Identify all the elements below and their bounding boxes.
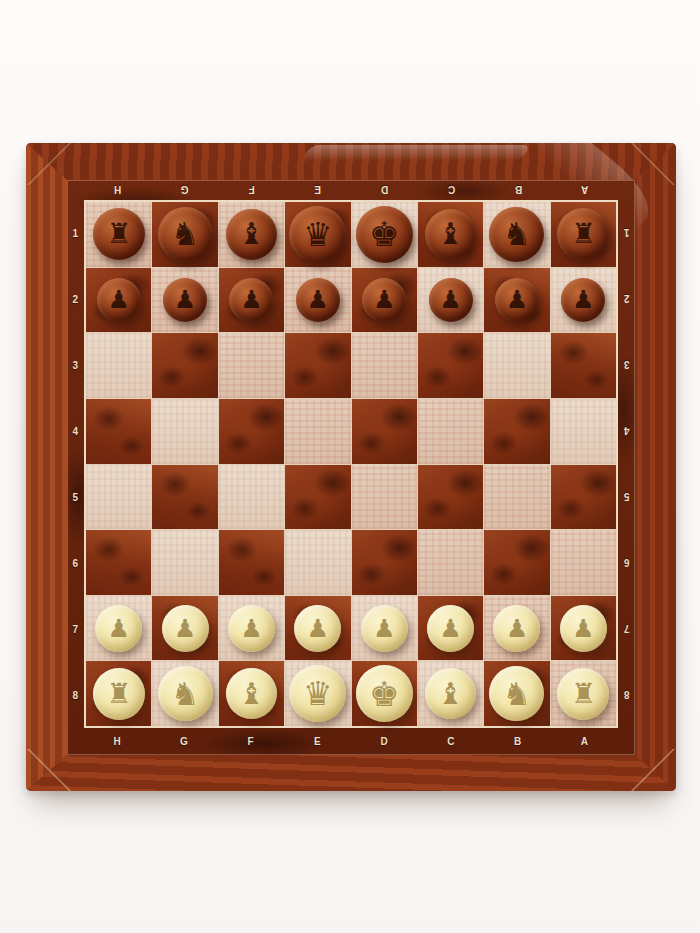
piece-wp-a7[interactable]: ♟ xyxy=(560,605,607,652)
piece-glyph: ♟ xyxy=(174,287,196,312)
rank-label-left-4: 4 xyxy=(67,398,84,464)
square-g1[interactable]: ♞ xyxy=(152,202,217,267)
square-a3[interactable] xyxy=(551,333,616,398)
square-e3[interactable] xyxy=(285,333,350,398)
square-c5[interactable] xyxy=(418,465,483,530)
rank-label-left-1: 1 xyxy=(67,200,84,266)
square-g6[interactable] xyxy=(152,530,217,595)
board-field: HGFEDCBA HGFEDCBA 12345678 12345678 ♜♞♝♛… xyxy=(67,180,635,755)
piece-wp-g7[interactable]: ♟ xyxy=(162,605,209,652)
piece-glyph: ♟ xyxy=(439,616,461,641)
square-h3[interactable] xyxy=(86,333,151,398)
file-label-bottom-g: G xyxy=(151,730,218,752)
piece-glyph: ♟ xyxy=(506,616,528,641)
rank-label-right-7: 7 xyxy=(618,596,635,662)
gloss-glare xyxy=(300,145,531,161)
piece-glyph: ♝ xyxy=(238,679,265,709)
square-f3[interactable] xyxy=(219,333,284,398)
square-h6[interactable] xyxy=(86,530,151,595)
square-f1[interactable]: ♝ xyxy=(219,202,284,267)
piece-glyph: ♟ xyxy=(107,616,129,641)
piece-glyph: ♚ xyxy=(369,217,399,251)
piece-glyph: ♝ xyxy=(238,219,265,249)
piece-wn-g8[interactable]: ♞ xyxy=(158,666,213,721)
square-d5[interactable] xyxy=(352,465,417,530)
square-h5[interactable] xyxy=(86,465,151,530)
piece-glyph: ♚ xyxy=(369,677,399,711)
square-d6[interactable] xyxy=(352,530,417,595)
square-d2[interactable]: ♟ xyxy=(352,268,417,333)
rank-label-right-5: 5 xyxy=(618,464,635,530)
square-h8[interactable]: ♜ xyxy=(86,661,151,726)
piece-bq-e1[interactable]: ♛ xyxy=(289,206,346,263)
file-label-bottom-a: A xyxy=(551,730,618,752)
piece-wr-h8[interactable]: ♜ xyxy=(93,668,145,720)
square-c4[interactable] xyxy=(418,399,483,464)
square-c2[interactable]: ♟ xyxy=(418,268,483,333)
piece-glyph: ♟ xyxy=(506,287,528,312)
square-h4[interactable] xyxy=(86,399,151,464)
square-g3[interactable] xyxy=(152,333,217,398)
square-g7[interactable]: ♟ xyxy=(152,596,217,661)
square-b1[interactable]: ♞ xyxy=(484,202,549,267)
piece-glyph: ♜ xyxy=(571,680,596,708)
square-c6[interactable] xyxy=(418,530,483,595)
square-a8[interactable]: ♜ xyxy=(551,661,616,726)
piece-bp-c2[interactable]: ♟ xyxy=(429,278,473,322)
piece-bp-d2[interactable]: ♟ xyxy=(362,278,406,322)
rank-label-right-3: 3 xyxy=(618,332,635,398)
square-f5[interactable] xyxy=(219,465,284,530)
piece-bp-g2[interactable]: ♟ xyxy=(163,278,207,322)
rank-label-right-8: 8 xyxy=(618,662,635,728)
rank-label-left-2: 2 xyxy=(67,266,84,332)
square-a7[interactable]: ♟ xyxy=(551,596,616,661)
piece-wb-c8[interactable]: ♝ xyxy=(425,668,476,719)
piece-glyph: ♜ xyxy=(571,220,596,248)
piece-wp-f7[interactable]: ♟ xyxy=(228,605,275,652)
square-d1[interactable]: ♚ xyxy=(352,202,417,267)
piece-wn-b8[interactable]: ♞ xyxy=(489,666,544,721)
square-g5[interactable] xyxy=(152,465,217,530)
piece-wp-b7[interactable]: ♟ xyxy=(493,605,540,652)
square-b2[interactable]: ♟ xyxy=(484,268,549,333)
file-label-bottom-f: F xyxy=(218,730,285,752)
square-a5[interactable] xyxy=(551,465,616,530)
file-label-top-c: C xyxy=(418,180,485,200)
photo-background: HGFEDCBA HGFEDCBA 12345678 12345678 ♜♞♝♛… xyxy=(0,0,700,933)
piece-glyph: ♟ xyxy=(373,616,395,641)
square-c8[interactable]: ♝ xyxy=(418,661,483,726)
square-d8[interactable]: ♚ xyxy=(352,661,417,726)
file-label-top-h: H xyxy=(84,180,151,200)
square-f6[interactable] xyxy=(219,530,284,595)
rank-label-left-7: 7 xyxy=(67,596,84,662)
square-g2[interactable]: ♟ xyxy=(152,268,217,333)
square-f8[interactable]: ♝ xyxy=(219,661,284,726)
file-label-top-a: A xyxy=(551,180,618,200)
rank-label-left-5: 5 xyxy=(67,464,84,530)
file-label-top-g: G xyxy=(151,180,218,200)
piece-bb-c1[interactable]: ♝ xyxy=(425,209,476,260)
piece-br-a1[interactable]: ♜ xyxy=(557,208,609,260)
file-label-top-f: F xyxy=(218,180,285,200)
file-label-top-d: D xyxy=(351,180,418,200)
square-a6[interactable] xyxy=(551,530,616,595)
piece-glyph: ♞ xyxy=(503,218,532,250)
piece-bb-f1[interactable]: ♝ xyxy=(226,209,277,260)
square-d4[interactable] xyxy=(352,399,417,464)
piece-glyph: ♟ xyxy=(240,287,262,312)
piece-glyph: ♛ xyxy=(303,218,333,251)
piece-wk-d8[interactable]: ♚ xyxy=(356,665,413,722)
file-label-bottom-e: E xyxy=(284,730,351,752)
rank-label-left-6: 6 xyxy=(67,530,84,596)
piece-glyph: ♜ xyxy=(106,680,131,708)
file-label-bottom-d: D xyxy=(351,730,418,752)
square-e6[interactable] xyxy=(285,530,350,595)
piece-glyph: ♟ xyxy=(240,616,262,641)
square-c7[interactable]: ♟ xyxy=(418,596,483,661)
piece-wq-e8[interactable]: ♛ xyxy=(289,665,346,722)
piece-bn-g1[interactable]: ♞ xyxy=(158,207,213,262)
piece-bk-d1[interactable]: ♚ xyxy=(356,206,413,263)
piece-glyph: ♞ xyxy=(171,218,200,250)
piece-bp-b2[interactable]: ♟ xyxy=(495,278,539,322)
piece-glyph: ♟ xyxy=(572,616,594,641)
square-c1[interactable]: ♝ xyxy=(418,202,483,267)
square-a4[interactable] xyxy=(551,399,616,464)
piece-glyph: ♝ xyxy=(437,679,464,709)
square-a2[interactable]: ♟ xyxy=(551,268,616,333)
square-a1[interactable]: ♜ xyxy=(551,202,616,267)
square-g8[interactable]: ♞ xyxy=(152,661,217,726)
piece-glyph: ♟ xyxy=(174,616,196,641)
piece-glyph: ♝ xyxy=(437,219,464,249)
piece-glyph: ♟ xyxy=(107,287,129,312)
square-d3[interactable] xyxy=(352,333,417,398)
square-b5[interactable] xyxy=(484,465,549,530)
square-g4[interactable] xyxy=(152,399,217,464)
square-f4[interactable] xyxy=(219,399,284,464)
file-label-top-b: B xyxy=(485,180,552,200)
square-d7[interactable]: ♟ xyxy=(352,596,417,661)
square-e2[interactable]: ♟ xyxy=(285,268,350,333)
piece-bp-f2[interactable]: ♟ xyxy=(229,278,273,322)
piece-glyph: ♟ xyxy=(439,287,461,312)
file-label-bottom-c: C xyxy=(418,730,485,752)
square-e5[interactable] xyxy=(285,465,350,530)
square-c3[interactable] xyxy=(418,333,483,398)
square-b6[interactable] xyxy=(484,530,549,595)
rank-labels-right: 12345678 xyxy=(618,200,635,728)
rank-labels-left: 12345678 xyxy=(67,200,84,728)
piece-bp-h2[interactable]: ♟ xyxy=(97,278,141,322)
file-label-bottom-b: B xyxy=(485,730,552,752)
square-h2[interactable]: ♟ xyxy=(86,268,151,333)
square-e7[interactable]: ♟ xyxy=(285,596,350,661)
piece-bp-e2[interactable]: ♟ xyxy=(296,278,340,322)
square-e1[interactable]: ♛ xyxy=(285,202,350,267)
piece-glyph: ♞ xyxy=(503,678,532,710)
piece-bn-b1[interactable]: ♞ xyxy=(489,207,544,262)
square-b4[interactable] xyxy=(484,399,549,464)
piece-wp-d7[interactable]: ♟ xyxy=(361,605,408,652)
square-b8[interactable]: ♞ xyxy=(484,661,549,726)
file-labels-top: HGFEDCBA xyxy=(84,180,618,200)
piece-glyph: ♞ xyxy=(171,678,200,710)
rank-label-right-4: 4 xyxy=(618,398,635,464)
piece-br-h1[interactable]: ♜ xyxy=(93,208,145,260)
board-grid: ♜♞♝♛♚♝♞♜♟♟♟♟♟♟♟♟♟♟♟♟♟♟♟♟♜♞♝♛♚♝♞♜ xyxy=(84,200,618,728)
piece-glyph: ♟ xyxy=(373,287,395,312)
file-label-top-e: E xyxy=(284,180,351,200)
square-f7[interactable]: ♟ xyxy=(219,596,284,661)
piece-wb-f8[interactable]: ♝ xyxy=(226,668,277,719)
square-h1[interactable]: ♜ xyxy=(86,202,151,267)
rank-label-left-8: 8 xyxy=(67,662,84,728)
rank-label-right-1: 1 xyxy=(618,200,635,266)
piece-wr-a8[interactable]: ♜ xyxy=(557,668,609,720)
square-f2[interactable]: ♟ xyxy=(219,268,284,333)
rank-label-right-2: 2 xyxy=(618,266,635,332)
square-e4[interactable] xyxy=(285,399,350,464)
rank-label-right-6: 6 xyxy=(618,530,635,596)
piece-wp-c7[interactable]: ♟ xyxy=(427,605,474,652)
square-b3[interactable] xyxy=(484,333,549,398)
piece-wp-e7[interactable]: ♟ xyxy=(294,605,341,652)
chess-board: HGFEDCBA HGFEDCBA 12345678 12345678 ♜♞♝♛… xyxy=(26,143,676,791)
piece-bp-a2[interactable]: ♟ xyxy=(561,278,605,322)
file-labels-bottom: HGFEDCBA xyxy=(84,730,618,752)
square-b7[interactable]: ♟ xyxy=(484,596,549,661)
piece-wp-h7[interactable]: ♟ xyxy=(95,605,142,652)
rank-label-left-3: 3 xyxy=(67,332,84,398)
piece-glyph: ♜ xyxy=(106,220,131,248)
piece-glyph: ♟ xyxy=(307,616,329,641)
file-label-bottom-h: H xyxy=(84,730,151,752)
piece-glyph: ♛ xyxy=(303,677,333,710)
piece-glyph: ♟ xyxy=(572,287,594,312)
square-e8[interactable]: ♛ xyxy=(285,661,350,726)
piece-glyph: ♟ xyxy=(307,287,329,312)
square-h7[interactable]: ♟ xyxy=(86,596,151,661)
